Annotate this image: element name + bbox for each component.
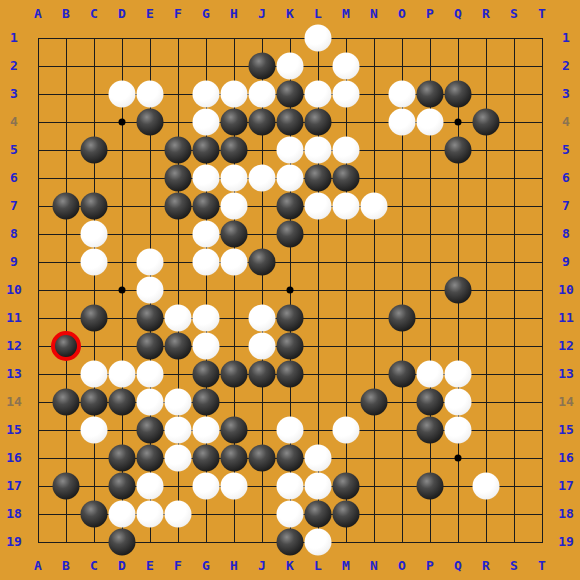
white-stone bbox=[249, 305, 276, 332]
col-label-top: Q bbox=[444, 6, 472, 22]
col-label-bottom: J bbox=[248, 558, 276, 574]
row-label-left: 14 bbox=[0, 394, 28, 410]
col-label-bottom: G bbox=[192, 558, 220, 574]
black-stone bbox=[165, 137, 192, 164]
row-label-left: 17 bbox=[0, 478, 28, 494]
row-label-left: 13 bbox=[0, 366, 28, 382]
black-stone bbox=[221, 221, 248, 248]
white-stone bbox=[81, 361, 108, 388]
white-stone bbox=[193, 109, 220, 136]
white-stone bbox=[361, 193, 388, 220]
white-stone bbox=[137, 249, 164, 276]
row-label-right: 11 bbox=[552, 310, 580, 326]
black-stone bbox=[81, 389, 108, 416]
black-stone bbox=[109, 529, 136, 556]
col-label-bottom: D bbox=[108, 558, 136, 574]
row-label-left: 7 bbox=[0, 198, 28, 214]
col-label-bottom: B bbox=[52, 558, 80, 574]
grid-vertical-line bbox=[514, 38, 515, 543]
row-label-right: 16 bbox=[552, 450, 580, 466]
white-stone bbox=[333, 81, 360, 108]
white-stone bbox=[109, 81, 136, 108]
star-point bbox=[119, 287, 126, 294]
black-stone bbox=[417, 81, 444, 108]
white-stone bbox=[221, 81, 248, 108]
white-stone bbox=[305, 81, 332, 108]
white-stone bbox=[305, 473, 332, 500]
white-stone bbox=[193, 81, 220, 108]
black-stone bbox=[53, 473, 80, 500]
black-stone bbox=[81, 137, 108, 164]
grid-vertical-line bbox=[346, 38, 347, 543]
black-stone bbox=[193, 137, 220, 164]
black-stone bbox=[193, 193, 220, 220]
row-label-left: 15 bbox=[0, 422, 28, 438]
black-stone bbox=[53, 389, 80, 416]
white-stone bbox=[445, 389, 472, 416]
white-stone bbox=[277, 473, 304, 500]
black-stone bbox=[81, 501, 108, 528]
row-label-right: 13 bbox=[552, 366, 580, 382]
white-stone bbox=[221, 473, 248, 500]
row-label-right: 7 bbox=[552, 198, 580, 214]
col-label-bottom: Q bbox=[444, 558, 472, 574]
white-stone bbox=[193, 333, 220, 360]
col-label-bottom: S bbox=[500, 558, 528, 574]
col-label-bottom: L bbox=[304, 558, 332, 574]
col-label-top: T bbox=[528, 6, 556, 22]
row-label-right: 2 bbox=[552, 58, 580, 74]
white-stone bbox=[137, 277, 164, 304]
row-label-right: 9 bbox=[552, 254, 580, 270]
black-stone bbox=[445, 137, 472, 164]
black-stone bbox=[277, 305, 304, 332]
black-stone bbox=[305, 109, 332, 136]
black-stone bbox=[109, 445, 136, 472]
black-stone bbox=[221, 361, 248, 388]
white-stone bbox=[81, 221, 108, 248]
white-stone bbox=[305, 529, 332, 556]
white-stone bbox=[249, 333, 276, 360]
col-label-top: B bbox=[52, 6, 80, 22]
black-stone bbox=[389, 361, 416, 388]
black-stone bbox=[473, 109, 500, 136]
row-label-right: 12 bbox=[552, 338, 580, 354]
row-label-right: 10 bbox=[552, 282, 580, 298]
row-label-left: 12 bbox=[0, 338, 28, 354]
white-stone bbox=[333, 193, 360, 220]
black-stone bbox=[165, 333, 192, 360]
black-stone bbox=[333, 501, 360, 528]
star-point bbox=[287, 287, 294, 294]
black-stone bbox=[249, 53, 276, 80]
row-label-right: 17 bbox=[552, 478, 580, 494]
row-label-right: 3 bbox=[552, 86, 580, 102]
grid-vertical-line bbox=[374, 38, 375, 543]
row-label-left: 6 bbox=[0, 170, 28, 186]
row-label-right: 1 bbox=[552, 30, 580, 46]
black-stone bbox=[445, 81, 472, 108]
col-label-bottom: F bbox=[164, 558, 192, 574]
col-label-top: O bbox=[388, 6, 416, 22]
white-stone bbox=[109, 501, 136, 528]
black-stone bbox=[165, 193, 192, 220]
white-stone bbox=[305, 25, 332, 52]
col-label-top: K bbox=[276, 6, 304, 22]
black-stone bbox=[221, 137, 248, 164]
white-stone bbox=[249, 81, 276, 108]
black-stone bbox=[305, 501, 332, 528]
black-stone bbox=[305, 165, 332, 192]
col-label-bottom: C bbox=[80, 558, 108, 574]
row-label-left: 19 bbox=[0, 534, 28, 550]
col-label-top: L bbox=[304, 6, 332, 22]
white-stone bbox=[305, 137, 332, 164]
black-stone bbox=[249, 445, 276, 472]
white-stone bbox=[277, 165, 304, 192]
row-label-left: 11 bbox=[0, 310, 28, 326]
black-stone bbox=[137, 417, 164, 444]
black-stone bbox=[417, 473, 444, 500]
white-stone bbox=[193, 165, 220, 192]
black-stone bbox=[249, 109, 276, 136]
white-stone bbox=[193, 221, 220, 248]
row-label-left: 16 bbox=[0, 450, 28, 466]
white-stone bbox=[417, 109, 444, 136]
col-label-top: E bbox=[136, 6, 164, 22]
white-stone bbox=[109, 361, 136, 388]
row-label-left: 9 bbox=[0, 254, 28, 270]
black-stone bbox=[109, 473, 136, 500]
black-stone bbox=[389, 305, 416, 332]
black-stone bbox=[277, 361, 304, 388]
white-stone bbox=[221, 249, 248, 276]
white-stone bbox=[473, 473, 500, 500]
white-stone bbox=[305, 445, 332, 472]
white-stone bbox=[333, 417, 360, 444]
col-label-top: A bbox=[24, 6, 52, 22]
black-stone bbox=[81, 305, 108, 332]
black-stone bbox=[445, 277, 472, 304]
row-label-left: 1 bbox=[0, 30, 28, 46]
black-stone bbox=[165, 165, 192, 192]
white-stone bbox=[165, 501, 192, 528]
white-stone bbox=[81, 249, 108, 276]
col-label-top: P bbox=[416, 6, 444, 22]
black-stone bbox=[361, 389, 388, 416]
white-stone bbox=[249, 165, 276, 192]
grid-vertical-line bbox=[542, 38, 543, 543]
white-stone bbox=[165, 445, 192, 472]
row-label-right: 6 bbox=[552, 170, 580, 186]
black-stone bbox=[277, 529, 304, 556]
col-label-top: H bbox=[220, 6, 248, 22]
white-stone bbox=[193, 305, 220, 332]
black-stone bbox=[417, 389, 444, 416]
white-stone bbox=[333, 53, 360, 80]
black-stone bbox=[221, 109, 248, 136]
col-label-bottom: P bbox=[416, 558, 444, 574]
col-label-bottom: M bbox=[332, 558, 360, 574]
row-label-left: 8 bbox=[0, 226, 28, 242]
col-label-top: C bbox=[80, 6, 108, 22]
black-stone bbox=[53, 193, 80, 220]
col-label-top: S bbox=[500, 6, 528, 22]
white-stone bbox=[137, 389, 164, 416]
row-label-right: 8 bbox=[552, 226, 580, 242]
white-stone bbox=[193, 473, 220, 500]
white-stone bbox=[445, 361, 472, 388]
star-point bbox=[119, 119, 126, 126]
col-label-bottom: E bbox=[136, 558, 164, 574]
white-stone bbox=[165, 305, 192, 332]
white-stone bbox=[165, 389, 192, 416]
row-label-right: 19 bbox=[552, 534, 580, 550]
col-label-top: R bbox=[472, 6, 500, 22]
black-stone bbox=[277, 333, 304, 360]
row-label-left: 3 bbox=[0, 86, 28, 102]
row-label-right: 15 bbox=[552, 422, 580, 438]
col-label-top: F bbox=[164, 6, 192, 22]
black-stone bbox=[277, 221, 304, 248]
row-label-right: 5 bbox=[552, 142, 580, 158]
white-stone bbox=[137, 81, 164, 108]
row-label-left: 5 bbox=[0, 142, 28, 158]
white-stone bbox=[417, 361, 444, 388]
black-stone bbox=[417, 417, 444, 444]
white-stone bbox=[193, 249, 220, 276]
row-label-left: 10 bbox=[0, 282, 28, 298]
white-stone bbox=[137, 473, 164, 500]
col-label-bottom: K bbox=[276, 558, 304, 574]
row-label-right: 4 bbox=[552, 114, 580, 130]
white-stone bbox=[277, 501, 304, 528]
black-stone bbox=[333, 165, 360, 192]
black-stone bbox=[221, 417, 248, 444]
black-stone bbox=[277, 81, 304, 108]
star-point bbox=[455, 455, 462, 462]
col-label-top: D bbox=[108, 6, 136, 22]
col-label-bottom: T bbox=[528, 558, 556, 574]
go-board[interactable]: AABBCCDDEEFFGGHHJJKKLLMMNNOOPPQQRRSSTT11… bbox=[0, 0, 580, 580]
black-stone bbox=[137, 109, 164, 136]
white-stone bbox=[277, 417, 304, 444]
col-label-top: J bbox=[248, 6, 276, 22]
black-stone bbox=[81, 193, 108, 220]
white-stone bbox=[277, 137, 304, 164]
black-stone-last-move-marker bbox=[51, 331, 81, 361]
black-stone bbox=[333, 473, 360, 500]
black-stone bbox=[249, 249, 276, 276]
black-stone bbox=[193, 361, 220, 388]
white-stone bbox=[389, 81, 416, 108]
black-stone bbox=[249, 361, 276, 388]
white-stone bbox=[333, 137, 360, 164]
row-label-right: 14 bbox=[552, 394, 580, 410]
row-label-right: 18 bbox=[552, 506, 580, 522]
col-label-bottom: H bbox=[220, 558, 248, 574]
white-stone bbox=[137, 501, 164, 528]
col-label-bottom: O bbox=[388, 558, 416, 574]
col-label-bottom: R bbox=[472, 558, 500, 574]
black-stone bbox=[137, 305, 164, 332]
row-label-left: 18 bbox=[0, 506, 28, 522]
black-stone bbox=[193, 389, 220, 416]
black-stone bbox=[221, 445, 248, 472]
col-label-bottom: N bbox=[360, 558, 388, 574]
col-label-top: G bbox=[192, 6, 220, 22]
col-label-top: N bbox=[360, 6, 388, 22]
black-stone bbox=[277, 109, 304, 136]
col-label-top: M bbox=[332, 6, 360, 22]
black-stone bbox=[193, 445, 220, 472]
star-point bbox=[455, 119, 462, 126]
white-stone bbox=[389, 109, 416, 136]
white-stone bbox=[81, 417, 108, 444]
white-stone bbox=[221, 193, 248, 220]
white-stone bbox=[305, 193, 332, 220]
white-stone bbox=[221, 165, 248, 192]
white-stone bbox=[165, 417, 192, 444]
white-stone bbox=[137, 361, 164, 388]
row-label-left: 2 bbox=[0, 58, 28, 74]
black-stone bbox=[277, 193, 304, 220]
black-stone bbox=[137, 333, 164, 360]
black-stone bbox=[137, 445, 164, 472]
row-label-left: 4 bbox=[0, 114, 28, 130]
white-stone bbox=[277, 53, 304, 80]
black-stone bbox=[277, 445, 304, 472]
black-stone bbox=[109, 389, 136, 416]
white-stone bbox=[445, 417, 472, 444]
col-label-bottom: A bbox=[24, 558, 52, 574]
white-stone bbox=[193, 417, 220, 444]
